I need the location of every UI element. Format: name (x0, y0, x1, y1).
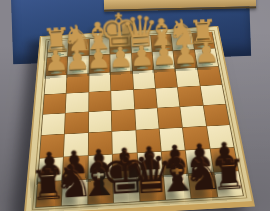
square-a2[interactable]: ♟ (195, 49, 218, 67)
square-d3[interactable] (132, 70, 154, 89)
square-b2[interactable]: ♟ (174, 50, 197, 68)
square-b4[interactable] (178, 86, 202, 106)
square-h4[interactable] (43, 94, 66, 115)
square-g5[interactable] (65, 112, 88, 134)
square-a5[interactable] (203, 104, 229, 125)
board-squares-grid: ♜♞♝♚♛♝♞♜♟♟♟♟♟♟♟♟♟♟♟♟♟♟♟♟♜♞♝♚♛♝♞♜ (35, 32, 244, 208)
piece-black-queen[interactable]: ♛ (126, 149, 175, 201)
square-d5[interactable] (135, 108, 159, 130)
square-f3[interactable] (89, 72, 110, 91)
piece-white-pawn[interactable]: ♟ (194, 39, 220, 67)
square-f4[interactable] (89, 91, 111, 111)
square-c4[interactable] (156, 87, 180, 107)
square-c5[interactable] (158, 107, 183, 129)
square-h5[interactable] (42, 113, 66, 135)
piece-black-rook[interactable]: ♜ (210, 156, 248, 196)
square-b3[interactable] (176, 67, 200, 86)
square-a3[interactable] (197, 66, 221, 85)
square-h3[interactable] (45, 75, 67, 94)
piece-black-rook[interactable]: ♜ (29, 166, 67, 206)
square-g4[interactable] (66, 92, 88, 112)
square-e4[interactable] (111, 90, 133, 110)
square-f5[interactable] (89, 111, 112, 133)
square-d8[interactable]: ♛ (139, 175, 165, 201)
square-h8[interactable]: ♜ (36, 181, 62, 207)
square-g3[interactable] (67, 74, 89, 93)
chess-board[interactable]: ♜♞♝♚♛♝♞♜♟♟♟♟♟♟♟♟♟♟♟♟♟♟♟♟♜♞♝♚♛♝♞♜ (23, 26, 255, 211)
square-a8[interactable]: ♜ (214, 171, 243, 197)
square-d2[interactable]: ♟ (131, 52, 153, 70)
square-b5[interactable] (181, 106, 206, 128)
square-c3[interactable] (154, 69, 177, 88)
board-perspective-wrapper: ♜♞♝♚♛♝♞♜♟♟♟♟♟♟♟♟♟♟♟♟♟♟♟♟♜♞♝♚♛♝♞♜ (0, 0, 270, 211)
square-e3[interactable] (111, 71, 133, 90)
square-a4[interactable] (200, 85, 225, 105)
square-f2[interactable]: ♟ (89, 55, 110, 73)
square-d4[interactable] (134, 89, 157, 109)
chess-photo-scene: ♜♞♝♚♛♝♞♜♟♟♟♟♟♟♟♟♟♟♟♟♟♟♟♟♜♞♝♚♛♝♞♜ (0, 0, 270, 211)
square-c2[interactable]: ♟ (153, 51, 175, 69)
square-e5[interactable] (112, 110, 135, 132)
